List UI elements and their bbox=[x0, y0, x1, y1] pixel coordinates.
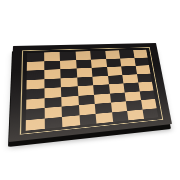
photo-background bbox=[0, 0, 180, 180]
board-squares bbox=[26, 50, 159, 131]
board-square bbox=[142, 108, 158, 119]
board-square bbox=[96, 112, 113, 123]
board-square bbox=[127, 109, 143, 120]
board-square bbox=[112, 111, 129, 122]
board-square bbox=[44, 117, 62, 129]
board-square bbox=[26, 118, 45, 130]
board-square bbox=[62, 115, 80, 127]
board-square bbox=[79, 114, 96, 126]
